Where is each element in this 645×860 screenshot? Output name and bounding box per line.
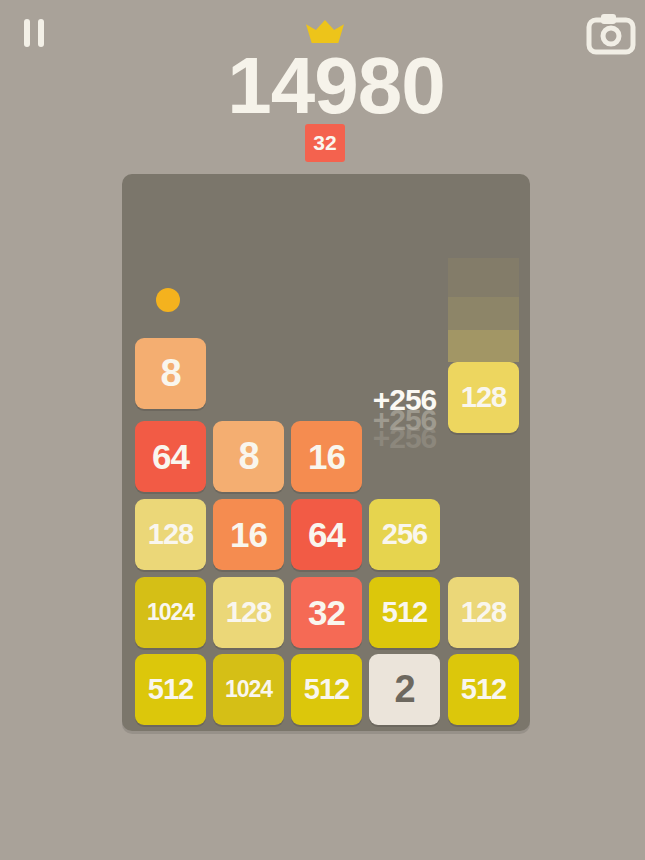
tile-1024: 1024 [213, 654, 284, 725]
trail-segment [448, 330, 519, 362]
next-tile: 32 [305, 124, 345, 162]
tile-128: 128 [448, 577, 519, 648]
tile-128: 128 [135, 499, 206, 570]
tile-16: 16 [213, 499, 284, 570]
game-board[interactable]: 8648161281664256102412832512128512102451… [122, 174, 530, 731]
game-screen: 14980 32 8648161281664256102412832512128… [0, 0, 645, 860]
pause-icon [38, 19, 44, 47]
tile-2: 2 [369, 654, 440, 725]
tile-512: 512 [135, 654, 206, 725]
trail-segment [448, 258, 519, 297]
tile-32: 32 [291, 577, 362, 648]
tile-8: 8 [135, 338, 206, 409]
tile-512: 512 [448, 654, 519, 725]
merge-score-text: +256 [325, 385, 485, 415]
pause-button[interactable] [24, 16, 54, 50]
camera-icon [585, 13, 637, 55]
next-tile-value: 32 [313, 131, 336, 155]
tile-8: 8 [213, 421, 284, 492]
pause-icon [24, 19, 30, 47]
tile-64: 64 [291, 499, 362, 570]
camera-button[interactable] [585, 13, 637, 55]
tile-64: 64 [135, 421, 206, 492]
tile-512: 512 [369, 577, 440, 648]
tile-1024: 1024 [135, 577, 206, 648]
score-value: 14980 [227, 46, 444, 126]
spawn-dot [156, 288, 180, 312]
crown-icon [306, 20, 344, 43]
tile-128: 128 [213, 577, 284, 648]
tile-256: 256 [369, 499, 440, 570]
trail-segment [448, 297, 519, 330]
tile-512: 512 [291, 654, 362, 725]
